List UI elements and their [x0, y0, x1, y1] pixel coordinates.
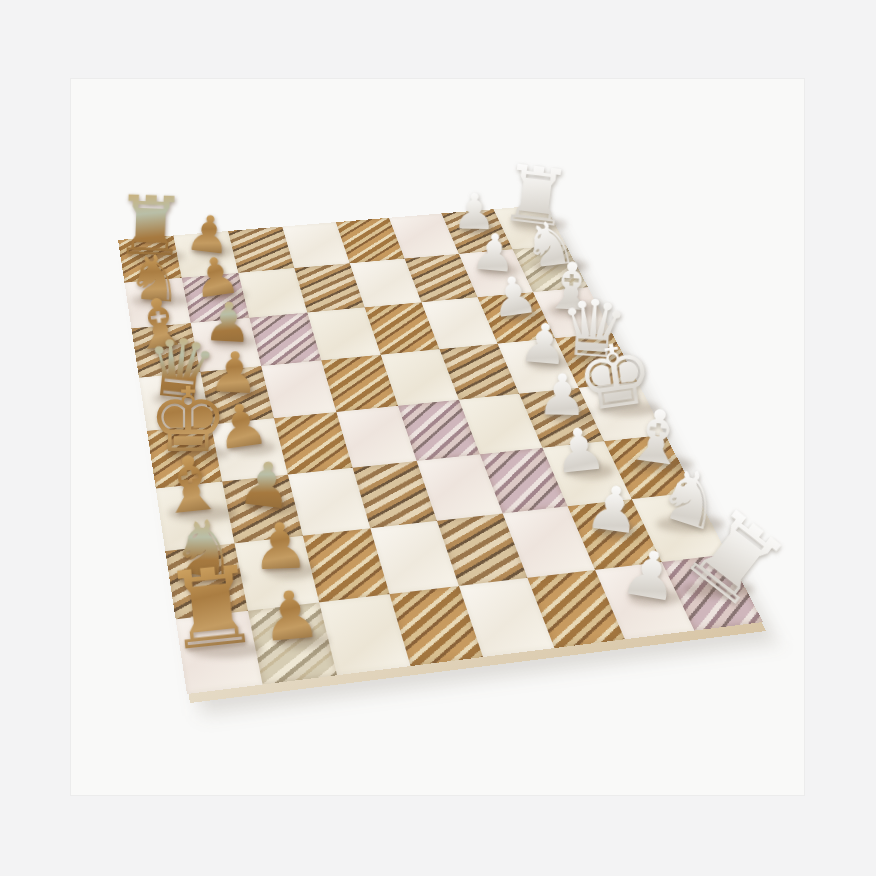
- pawn-icon: ♟: [258, 581, 323, 653]
- rook-icon: ♜: [158, 550, 265, 667]
- chess-scene: ♜♟♟♜♞♟♟♞♝♟♟♝♛♟♟♛♚♟♟♚♝♟♟♝♞♟♟♞♜♟♟♜: [0, 0, 876, 876]
- pawn-icon: ♟: [616, 538, 684, 611]
- piece-white-pawn-g1[interactable]: ♟: [616, 538, 684, 611]
- piece-black-rook-a1[interactable]: ♜: [158, 550, 265, 667]
- page-background: ♜♟♟♜♞♟♟♞♝♟♟♝♛♟♟♛♚♟♟♚♝♟♟♝♞♟♟♞♜♟♟♜: [0, 0, 876, 876]
- piece-black-pawn-b2[interactable]: ♟: [251, 515, 310, 581]
- piece-black-pawn-b1[interactable]: ♟: [258, 581, 323, 653]
- pawn-icon: ♟: [251, 515, 310, 581]
